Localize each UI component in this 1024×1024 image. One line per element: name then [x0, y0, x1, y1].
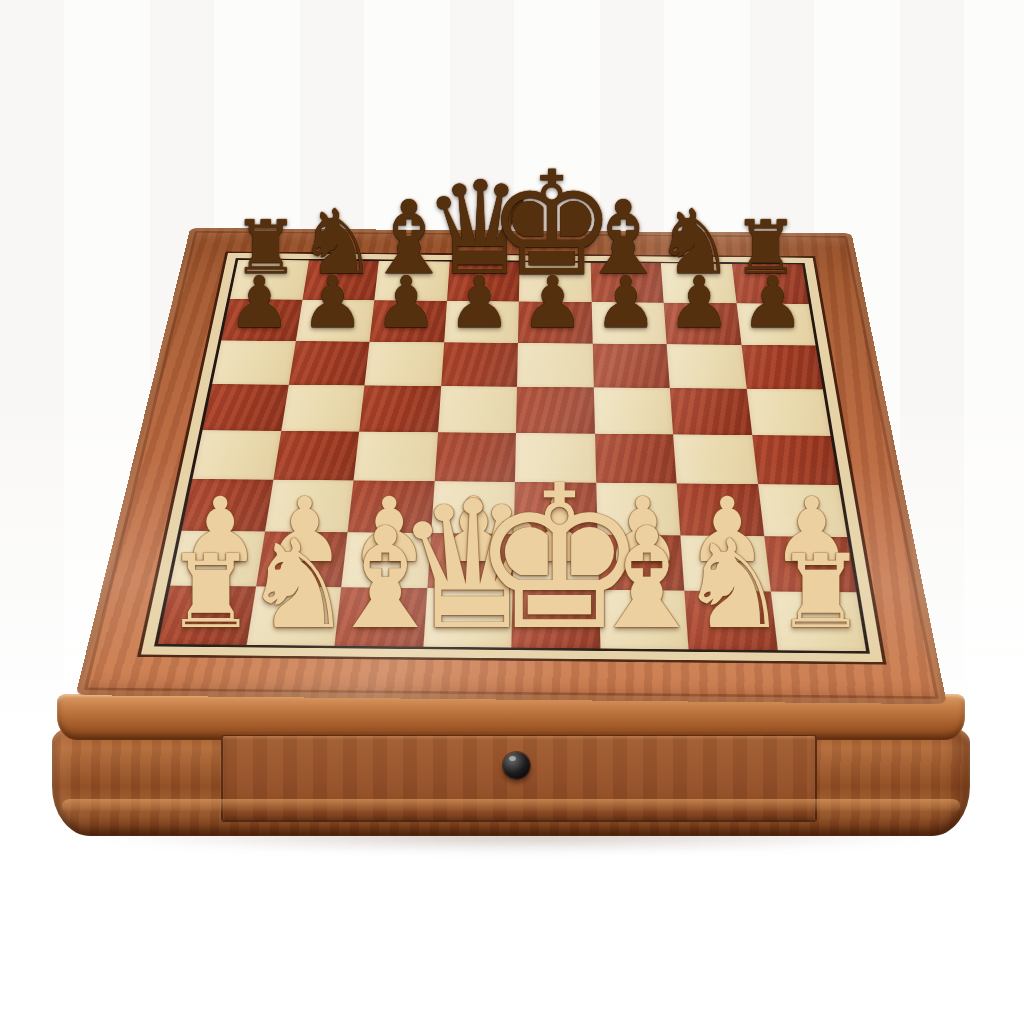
square-b2 — [256, 531, 348, 587]
square-e8 — [519, 262, 591, 302]
square-b8 — [302, 260, 379, 300]
square-a1 — [158, 586, 256, 645]
square-a7 — [221, 299, 302, 341]
square-g1 — [684, 591, 777, 651]
square-f2 — [597, 535, 684, 591]
square-g8 — [661, 263, 736, 303]
square-b6 — [288, 341, 369, 385]
square-c3 — [348, 480, 435, 533]
square-d1 — [423, 588, 513, 647]
chess-board — [158, 260, 866, 651]
product-photo-chess-set: ♜♞♝♛♚♝♞♜♟♟♟♟♟♟♟♟♟♟♟♟♟♟♟♟♜♞♝♛♚♝♞♜ — [0, 0, 1024, 1024]
square-f6 — [592, 344, 670, 388]
square-h2 — [764, 536, 857, 592]
square-h5 — [746, 389, 830, 436]
square-c8 — [374, 261, 449, 301]
square-c7 — [370, 300, 447, 342]
square-h4 — [752, 435, 839, 485]
square-b7 — [295, 300, 374, 342]
square-d6 — [441, 342, 518, 386]
square-d3 — [431, 481, 515, 534]
square-e7 — [518, 301, 592, 343]
square-g5 — [670, 388, 752, 435]
square-d4 — [434, 432, 516, 482]
square-b5 — [281, 385, 365, 432]
square-a3 — [182, 479, 273, 531]
square-a2 — [170, 531, 264, 587]
square-c5 — [359, 385, 441, 432]
square-d2 — [427, 533, 514, 589]
square-a4 — [192, 430, 280, 480]
square-f4 — [595, 434, 677, 484]
square-a5 — [203, 384, 289, 431]
square-c1 — [334, 587, 426, 646]
square-g7 — [664, 303, 741, 345]
square-g3 — [677, 483, 764, 536]
chess-box-top-frame — [76, 228, 947, 704]
square-d8 — [447, 262, 520, 302]
square-a6 — [212, 340, 295, 384]
square-d5 — [438, 386, 517, 433]
square-h8 — [731, 264, 808, 304]
square-g2 — [680, 535, 770, 591]
square-b1 — [246, 586, 341, 645]
square-h3 — [758, 484, 848, 537]
square-c2 — [341, 532, 430, 588]
square-f1 — [598, 590, 688, 650]
square-h7 — [736, 303, 815, 345]
square-e1 — [511, 589, 600, 649]
square-g4 — [673, 434, 757, 484]
drawer-knob — [503, 752, 530, 779]
square-f3 — [596, 483, 681, 536]
square-c4 — [354, 432, 438, 482]
square-a8 — [230, 260, 309, 300]
box-base-highlight — [62, 799, 960, 813]
square-b3 — [265, 480, 354, 533]
square-d7 — [444, 301, 519, 343]
square-e2 — [513, 534, 599, 590]
square-e4 — [515, 433, 596, 483]
square-e5 — [516, 387, 595, 434]
square-h1 — [770, 591, 866, 651]
square-h6 — [741, 345, 823, 390]
square-e6 — [517, 343, 593, 387]
square-g6 — [667, 344, 747, 389]
square-c6 — [364, 342, 443, 386]
square-f8 — [590, 263, 663, 303]
square-f7 — [591, 302, 666, 344]
square-e3 — [514, 482, 597, 535]
square-b4 — [273, 431, 359, 481]
square-f5 — [593, 387, 673, 434]
